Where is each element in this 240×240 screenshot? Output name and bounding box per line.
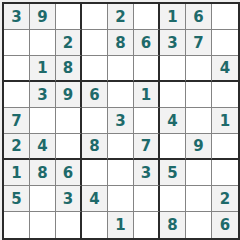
sudoku-cell-r2c7[interactable]: 3 — [160, 30, 186, 56]
sudoku-cell-r1c3[interactable] — [56, 4, 82, 30]
sudoku-cell-r2c5[interactable]: 8 — [108, 30, 134, 56]
sudoku-cell-r1c2[interactable]: 9 — [30, 4, 56, 30]
sudoku-cell-r7c7[interactable]: 5 — [160, 160, 186, 186]
sudoku-cell-r3c7[interactable] — [160, 56, 186, 82]
sudoku-cell-r1c8[interactable]: 6 — [186, 4, 212, 30]
sudoku-cell-r9c7[interactable]: 8 — [160, 212, 186, 238]
sudoku-cell-r9c4[interactable] — [82, 212, 108, 238]
sudoku-cell-r3c3[interactable]: 8 — [56, 56, 82, 82]
sudoku-cell-r9c1[interactable] — [4, 212, 30, 238]
sudoku-cell-r5c8[interactable] — [186, 108, 212, 134]
sudoku-cell-r3c5[interactable] — [108, 56, 134, 82]
sudoku-cell-r4c4[interactable]: 6 — [82, 82, 108, 108]
sudoku-cell-r3c6[interactable] — [134, 56, 160, 82]
sudoku-cell-r5c9[interactable]: 1 — [212, 108, 238, 134]
sudoku-cell-r1c5[interactable]: 2 — [108, 4, 134, 30]
sudoku-cell-r2c4[interactable] — [82, 30, 108, 56]
sudoku-cell-r4c6[interactable]: 1 — [134, 82, 160, 108]
sudoku-cell-r4c2[interactable]: 3 — [30, 82, 56, 108]
sudoku-cell-r8c4[interactable]: 4 — [82, 186, 108, 212]
sudoku-cell-r4c9[interactable] — [212, 82, 238, 108]
sudoku-cell-r4c3[interactable]: 9 — [56, 82, 82, 108]
sudoku-cell-r7c6[interactable]: 3 — [134, 160, 160, 186]
sudoku-cell-r7c3[interactable]: 6 — [56, 160, 82, 186]
sudoku-cell-r5c3[interactable] — [56, 108, 82, 134]
sudoku-cell-r3c4[interactable] — [82, 56, 108, 82]
sudoku-cell-r1c6[interactable] — [134, 4, 160, 30]
sudoku-cell-r5c6[interactable] — [134, 108, 160, 134]
sudoku-cell-r4c5[interactable] — [108, 82, 134, 108]
sudoku-cell-r9c5[interactable]: 1 — [108, 212, 134, 238]
sudoku-cell-r5c4[interactable] — [82, 108, 108, 134]
sudoku-cell-r6c1[interactable]: 2 — [4, 134, 30, 160]
sudoku-cell-r7c5[interactable] — [108, 160, 134, 186]
sudoku-cell-r9c3[interactable] — [56, 212, 82, 238]
sudoku-cell-r6c9[interactable] — [212, 134, 238, 160]
sudoku-cell-r8c7[interactable] — [160, 186, 186, 212]
sudoku-cell-r8c3[interactable]: 3 — [56, 186, 82, 212]
sudoku-cell-r8c8[interactable] — [186, 186, 212, 212]
sudoku-cell-r3c1[interactable] — [4, 56, 30, 82]
sudoku-cell-r9c6[interactable] — [134, 212, 160, 238]
sudoku-cell-r7c1[interactable]: 1 — [4, 160, 30, 186]
sudoku-cell-r6c8[interactable]: 9 — [186, 134, 212, 160]
sudoku-cell-r8c9[interactable]: 2 — [212, 186, 238, 212]
sudoku-cell-r7c4[interactable] — [82, 160, 108, 186]
sudoku-cell-r9c9[interactable]: 6 — [212, 212, 238, 238]
sudoku-cell-r6c6[interactable]: 7 — [134, 134, 160, 160]
sudoku-cell-r8c1[interactable]: 5 — [4, 186, 30, 212]
sudoku-cell-r1c4[interactable] — [82, 4, 108, 30]
sudoku-cell-r4c8[interactable] — [186, 82, 212, 108]
sudoku-cell-r8c6[interactable] — [134, 186, 160, 212]
sudoku-cell-r6c3[interactable] — [56, 134, 82, 160]
sudoku-cell-r5c5[interactable]: 3 — [108, 108, 134, 134]
sudoku-cell-r7c2[interactable]: 8 — [30, 160, 56, 186]
sudoku-cell-r3c9[interactable]: 4 — [212, 56, 238, 82]
sudoku-cell-r2c9[interactable] — [212, 30, 238, 56]
sudoku-cell-r1c9[interactable] — [212, 4, 238, 30]
sudoku-cell-r7c8[interactable] — [186, 160, 212, 186]
sudoku-cell-r1c7[interactable]: 1 — [160, 4, 186, 30]
sudoku-cell-r2c1[interactable] — [4, 30, 30, 56]
sudoku-cell-r5c1[interactable]: 7 — [4, 108, 30, 134]
sudoku-cell-r6c4[interactable]: 8 — [82, 134, 108, 160]
sudoku-cell-r6c2[interactable]: 4 — [30, 134, 56, 160]
sudoku-cell-r2c6[interactable]: 6 — [134, 30, 160, 56]
sudoku-cell-r8c5[interactable] — [108, 186, 134, 212]
sudoku-cell-r2c3[interactable]: 2 — [56, 30, 82, 56]
sudoku-cell-r6c5[interactable] — [108, 134, 134, 160]
sudoku-cell-r7c9[interactable] — [212, 160, 238, 186]
sudoku-cell-r2c2[interactable] — [30, 30, 56, 56]
sudoku-cell-r4c7[interactable] — [160, 82, 186, 108]
sudoku-cell-r3c8[interactable] — [186, 56, 212, 82]
sudoku-cell-r9c2[interactable] — [30, 212, 56, 238]
sudoku-board: 39216286371843961734124879186355342186 — [2, 2, 240, 240]
sudoku-cell-r1c1[interactable]: 3 — [4, 4, 30, 30]
sudoku-cell-r2c8[interactable]: 7 — [186, 30, 212, 56]
sudoku-cell-r5c7[interactable]: 4 — [160, 108, 186, 134]
sudoku-cell-r6c7[interactable] — [160, 134, 186, 160]
sudoku-cell-r8c2[interactable] — [30, 186, 56, 212]
sudoku-cell-r9c8[interactable] — [186, 212, 212, 238]
sudoku-cell-r3c2[interactable]: 1 — [30, 56, 56, 82]
sudoku-cell-r5c2[interactable] — [30, 108, 56, 134]
sudoku-cell-r4c1[interactable] — [4, 82, 30, 108]
